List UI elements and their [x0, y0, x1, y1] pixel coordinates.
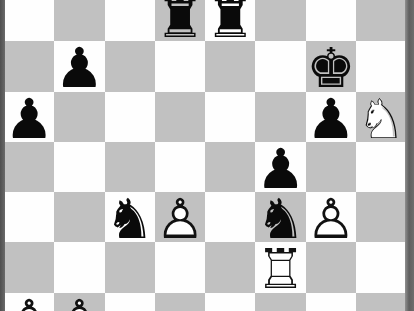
square-a7[interactable] — [4, 41, 54, 91]
square-e7[interactable] — [205, 41, 255, 91]
square-f8[interactable] — [255, 0, 305, 41]
white-piece-outline-glyph: ♙ — [306, 192, 355, 247]
black-pawn-a6[interactable]: ♟ — [4, 92, 54, 147]
board-stage: ♜♜♟♚♟♟♞♘♟♞♟♙♞♟♙♜♖♟♙♟♙ — [0, 0, 414, 311]
square-e6[interactable] — [205, 92, 255, 142]
square-c6[interactable] — [105, 92, 155, 142]
white-pawn-b2[interactable]: ♟♙ — [54, 293, 104, 311]
square-e2[interactable] — [205, 293, 255, 311]
black-piece-glyph: ♟ — [306, 92, 355, 147]
black-pawn-g6[interactable]: ♟ — [306, 92, 356, 147]
square-a2[interactable]: ♟♙ — [4, 293, 54, 311]
black-pawn-b7[interactable]: ♟ — [54, 41, 104, 96]
square-h8[interactable] — [356, 0, 406, 41]
square-d7[interactable] — [155, 41, 205, 91]
board-left-border — [0, 0, 5, 311]
square-g5[interactable] — [306, 142, 356, 192]
white-pawn-g4[interactable]: ♟♙ — [306, 192, 356, 247]
chess-board: ♜♜♟♚♟♟♞♘♟♞♟♙♞♟♙♜♖♟♙♟♙ — [4, 0, 406, 311]
square-b2[interactable]: ♟♙ — [54, 293, 104, 311]
square-d8[interactable]: ♜ — [155, 0, 205, 41]
square-e4[interactable] — [205, 192, 255, 242]
square-a3[interactable] — [4, 242, 54, 292]
black-piece-glyph: ♟ — [55, 41, 104, 96]
square-f2[interactable] — [255, 293, 305, 311]
square-h2[interactable] — [356, 293, 406, 311]
square-d5[interactable] — [155, 142, 205, 192]
square-b5[interactable] — [54, 142, 104, 192]
square-g8[interactable] — [306, 0, 356, 41]
square-g4[interactable]: ♟♙ — [306, 192, 356, 242]
square-d2[interactable] — [155, 293, 205, 311]
white-pawn-d4[interactable]: ♟♙ — [155, 192, 205, 247]
square-h5[interactable] — [356, 142, 406, 192]
square-a6[interactable]: ♟ — [4, 92, 54, 142]
square-g3[interactable] — [306, 242, 356, 292]
chess-diagram-screenshot: ♜♜♟♚♟♟♞♘♟♞♟♙♞♟♙♜♖♟♙♟♙ — [0, 0, 414, 311]
square-f7[interactable] — [255, 41, 305, 91]
white-piece-outline-glyph: ♖ — [256, 242, 305, 297]
white-pawn-a2[interactable]: ♟♙ — [4, 293, 54, 311]
square-c5[interactable] — [105, 142, 155, 192]
square-f5[interactable]: ♟ — [255, 142, 305, 192]
square-a4[interactable] — [4, 192, 54, 242]
square-d4[interactable]: ♟♙ — [155, 192, 205, 242]
white-rook-f3[interactable]: ♜♖ — [255, 242, 305, 297]
square-a8[interactable] — [4, 0, 54, 41]
square-b6[interactable] — [54, 92, 104, 142]
square-b3[interactable] — [54, 242, 104, 292]
white-piece-outline-glyph: ♙ — [155, 192, 204, 247]
square-h6[interactable]: ♞♘ — [356, 92, 406, 142]
black-piece-glyph: ♜ — [206, 0, 255, 46]
white-knight-h6[interactable]: ♞♘ — [356, 92, 406, 147]
square-g2[interactable] — [306, 293, 356, 311]
square-h7[interactable] — [356, 41, 406, 91]
black-piece-glyph: ♜ — [155, 0, 204, 46]
black-piece-glyph: ♟ — [4, 92, 53, 147]
black-rook-e8[interactable]: ♜ — [205, 0, 255, 46]
square-e3[interactable] — [205, 242, 255, 292]
square-c4[interactable]: ♞ — [105, 192, 155, 242]
white-piece-outline-glyph: ♘ — [357, 92, 406, 147]
white-piece-outline-glyph: ♙ — [4, 293, 53, 311]
square-c2[interactable] — [105, 293, 155, 311]
black-piece-glyph: ♞ — [105, 192, 154, 247]
black-rook-d8[interactable]: ♜ — [155, 0, 205, 46]
square-c7[interactable] — [105, 41, 155, 91]
white-piece-outline-glyph: ♙ — [55, 293, 104, 311]
square-e5[interactable] — [205, 142, 255, 192]
square-g7[interactable]: ♚ — [306, 41, 356, 91]
square-b7[interactable]: ♟ — [54, 41, 104, 91]
square-d6[interactable] — [155, 92, 205, 142]
square-e8[interactable]: ♜ — [205, 0, 255, 41]
square-a5[interactable] — [4, 142, 54, 192]
square-h3[interactable] — [356, 242, 406, 292]
square-b4[interactable] — [54, 192, 104, 242]
square-c3[interactable] — [105, 242, 155, 292]
square-d3[interactable] — [155, 242, 205, 292]
square-c8[interactable] — [105, 0, 155, 41]
square-f4[interactable]: ♞ — [255, 192, 305, 242]
board-right-border — [405, 0, 414, 311]
square-b8[interactable] — [54, 0, 104, 41]
square-h4[interactable] — [356, 192, 406, 242]
square-g6[interactable]: ♟ — [306, 92, 356, 142]
square-f3[interactable]: ♜♖ — [255, 242, 305, 292]
black-knight-c4[interactable]: ♞ — [105, 192, 155, 247]
square-f6[interactable] — [255, 92, 305, 142]
